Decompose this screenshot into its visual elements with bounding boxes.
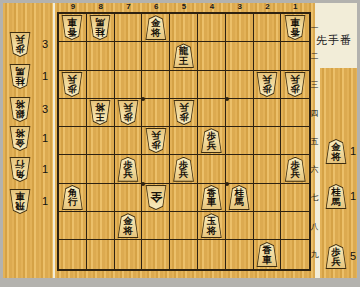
file-label-6: 6 bbox=[142, 2, 170, 11]
piece-kanji: 桂馬 bbox=[331, 188, 341, 208]
square-8-4[interactable]: 王将 bbox=[87, 99, 115, 127]
square-1-8[interactable] bbox=[281, 212, 309, 240]
square-3-5[interactable] bbox=[226, 127, 254, 155]
sente-piece[interactable]: 桂馬 bbox=[228, 185, 250, 210]
piece-face: 桂馬 bbox=[90, 16, 110, 39]
piece-face: 歩兵 bbox=[174, 101, 194, 124]
square-7-4[interactable]: 歩兵 bbox=[115, 99, 143, 127]
piece-kanji: 金将 bbox=[15, 127, 25, 147]
square-6-5[interactable]: 歩兵 bbox=[142, 127, 170, 155]
rank-label-9: 九 bbox=[310, 240, 319, 268]
piece-kanji: 歩兵 bbox=[123, 101, 133, 121]
square-2-4[interactable] bbox=[254, 99, 282, 127]
square-6-4[interactable] bbox=[142, 99, 170, 127]
piece-kanji: 飛車 bbox=[15, 190, 25, 210]
piece-face: 金将 bbox=[326, 140, 346, 163]
gote-piece[interactable]: 王将 bbox=[89, 100, 111, 125]
piece-face: 歩兵 bbox=[201, 129, 221, 152]
piece-kanji: 桂馬 bbox=[15, 65, 25, 85]
file-label-5: 5 bbox=[170, 2, 198, 11]
square-3-1[interactable] bbox=[226, 14, 254, 42]
rank-label-5: 五 bbox=[310, 127, 319, 155]
square-3-4[interactable] bbox=[226, 99, 254, 127]
piece-face: 王将 bbox=[90, 101, 110, 124]
square-7-8[interactable]: 金将 bbox=[115, 212, 143, 240]
square-2-2[interactable] bbox=[254, 42, 282, 70]
rank-label-1: 一 bbox=[310, 14, 319, 42]
gote-piece[interactable]: 歩兵 bbox=[117, 100, 139, 125]
square-8-3[interactable] bbox=[87, 71, 115, 99]
square-7-6[interactable]: 歩兵 bbox=[115, 155, 143, 183]
piece-face: 歩兵 bbox=[118, 158, 138, 181]
piece-kanji: 桂馬 bbox=[95, 16, 105, 36]
gote-piece[interactable]: 歩兵 bbox=[173, 100, 195, 125]
square-3-3[interactable] bbox=[226, 71, 254, 99]
piece-face: 歩兵 bbox=[62, 73, 82, 96]
piece-kanji: 金将 bbox=[331, 143, 341, 163]
square-6-8[interactable] bbox=[142, 212, 170, 240]
rank-label-8: 八 bbox=[310, 212, 319, 240]
piece-kanji: 角行 bbox=[68, 189, 78, 209]
piece-face: 龍王 bbox=[174, 44, 194, 67]
square-3-7[interactable]: 桂馬 bbox=[226, 184, 254, 212]
piece-kanji: 歩兵 bbox=[262, 73, 272, 93]
piece-kanji: 桂馬 bbox=[234, 189, 244, 209]
square-6-6[interactable] bbox=[142, 155, 170, 183]
rank-label-6: 六 bbox=[310, 156, 319, 184]
square-6-7[interactable]: 全 bbox=[142, 184, 170, 212]
square-1-6[interactable]: 歩兵 bbox=[281, 155, 309, 183]
gote-piece[interactable]: 歩兵 bbox=[61, 72, 83, 97]
square-7-5[interactable] bbox=[115, 127, 143, 155]
file-label-8: 8 bbox=[87, 2, 115, 11]
square-1-2[interactable] bbox=[281, 42, 309, 70]
piece-face: 桂馬 bbox=[326, 185, 346, 208]
star-point bbox=[141, 182, 145, 186]
square-4-3[interactable] bbox=[198, 71, 226, 99]
piece-kanji: 龍王 bbox=[179, 47, 189, 67]
piece-kanji: 歩兵 bbox=[179, 101, 189, 121]
gote-piece[interactable]: 桂馬 bbox=[89, 15, 111, 40]
square-6-9[interactable] bbox=[142, 240, 170, 268]
sente-piece[interactable]: 歩兵 bbox=[117, 157, 139, 182]
sente-piece[interactable]: 金将 bbox=[117, 213, 139, 238]
piece-face: 香車 bbox=[62, 16, 82, 39]
piece-face: 角行 bbox=[62, 186, 82, 209]
star-point bbox=[225, 97, 229, 101]
piece-face: 玉将 bbox=[201, 214, 221, 237]
sente-piece[interactable]: 金将 bbox=[145, 15, 167, 40]
piece-face: 香車 bbox=[285, 16, 305, 39]
rank-label-4: 四 bbox=[310, 99, 319, 127]
rank-label-7: 七 bbox=[310, 184, 319, 212]
sente-piece[interactable]: 角行 bbox=[61, 185, 83, 210]
square-3-6[interactable] bbox=[226, 155, 254, 183]
promoted-sente-piece[interactable]: 龍王 bbox=[173, 43, 195, 68]
square-8-5[interactable] bbox=[87, 127, 115, 155]
square-9-2[interactable] bbox=[59, 42, 87, 70]
piece-face: 香車 bbox=[201, 186, 221, 209]
sente-hand-count: 1 bbox=[350, 190, 356, 202]
square-5-2[interactable]: 龍王 bbox=[170, 42, 198, 70]
square-6-3[interactable] bbox=[142, 71, 170, 99]
square-8-7[interactable] bbox=[87, 184, 115, 212]
piece-face: 歩兵 bbox=[285, 73, 305, 96]
gote-hand-count: 1 bbox=[42, 163, 48, 175]
gote-hand-count: 3 bbox=[42, 38, 48, 50]
square-9-9[interactable] bbox=[59, 240, 87, 268]
square-2-3[interactable]: 歩兵 bbox=[254, 71, 282, 99]
sente-piece[interactable]: 歩兵 bbox=[284, 157, 306, 182]
piece-kanji: 歩兵 bbox=[68, 73, 78, 93]
file-label-9: 9 bbox=[59, 2, 87, 11]
square-2-6[interactable] bbox=[254, 155, 282, 183]
shogi-diagram: 先手番 香車桂馬金将香車龍王歩兵歩兵歩兵王将歩兵歩兵歩兵歩兵歩兵歩兵歩兵角行全香… bbox=[0, 0, 360, 287]
piece-kanji: 金将 bbox=[151, 19, 161, 39]
square-1-5[interactable] bbox=[281, 127, 309, 155]
square-9-6[interactable] bbox=[59, 155, 87, 183]
piece-face: 歩兵 bbox=[174, 158, 194, 181]
gote-piece[interactable]: 歩兵 bbox=[284, 72, 306, 97]
piece-kanji: 銀将 bbox=[15, 98, 25, 118]
square-3-8[interactable] bbox=[226, 212, 254, 240]
piece-kanji: 王将 bbox=[95, 101, 105, 121]
sente-hand-count: 5 bbox=[350, 250, 356, 262]
square-7-7[interactable] bbox=[115, 184, 143, 212]
piece-kanji: 角行 bbox=[15, 158, 25, 178]
square-1-7[interactable] bbox=[281, 184, 309, 212]
piece-face: 歩兵 bbox=[257, 73, 277, 96]
rank-label-3: 三 bbox=[310, 71, 319, 99]
square-9-7[interactable]: 角行 bbox=[59, 184, 87, 212]
square-1-9[interactable] bbox=[281, 240, 309, 268]
piece-face: 桂馬 bbox=[10, 65, 30, 88]
square-2-8[interactable] bbox=[254, 212, 282, 240]
rank-label-2: 二 bbox=[310, 42, 319, 70]
square-5-7[interactable] bbox=[170, 184, 198, 212]
square-8-9[interactable] bbox=[87, 240, 115, 268]
square-4-8[interactable]: 玉将 bbox=[198, 212, 226, 240]
file-label-3: 3 bbox=[226, 2, 254, 11]
square-4-6[interactable] bbox=[198, 155, 226, 183]
gote-hand-count: 1 bbox=[42, 70, 48, 82]
square-4-7[interactable]: 香車 bbox=[198, 184, 226, 212]
sente-piece[interactable]: 香車 bbox=[200, 185, 222, 210]
square-9-3[interactable]: 歩兵 bbox=[59, 71, 87, 99]
square-9-4[interactable] bbox=[59, 99, 87, 127]
square-7-3[interactable] bbox=[115, 71, 143, 99]
piece-face: 香車 bbox=[257, 243, 277, 266]
piece-kanji: 香車 bbox=[68, 16, 78, 36]
gote-hand-count: 3 bbox=[42, 103, 48, 115]
square-7-2[interactable] bbox=[115, 42, 143, 70]
square-8-1[interactable]: 桂馬 bbox=[87, 14, 115, 42]
piece-face: 歩兵 bbox=[285, 158, 305, 181]
square-5-3[interactable] bbox=[170, 71, 198, 99]
piece-kanji: 香車 bbox=[207, 189, 217, 209]
square-7-9[interactable] bbox=[115, 240, 143, 268]
square-7-1[interactable] bbox=[115, 14, 143, 42]
sente-hand-count: 1 bbox=[350, 145, 356, 157]
piece-face: 角行 bbox=[10, 158, 30, 181]
square-9-8[interactable] bbox=[59, 212, 87, 240]
promoted-gote-piece[interactable]: 全 bbox=[145, 185, 167, 210]
piece-kanji: 歩兵 bbox=[15, 33, 25, 53]
square-2-5[interactable] bbox=[254, 127, 282, 155]
square-6-2[interactable] bbox=[142, 42, 170, 70]
sente-piece[interactable]: 玉将 bbox=[200, 213, 222, 238]
piece-face: 銀将 bbox=[10, 98, 30, 121]
piece-face: 金将 bbox=[10, 127, 30, 150]
piece-kanji: 歩兵 bbox=[207, 132, 217, 152]
board-grid: 香車桂馬金将香車龍王歩兵歩兵歩兵王将歩兵歩兵歩兵歩兵歩兵歩兵歩兵角行全香車桂馬金… bbox=[57, 12, 311, 271]
sente-piece[interactable]: 歩兵 bbox=[200, 128, 222, 153]
gote-hand-count: 1 bbox=[42, 195, 48, 207]
piece-kanji: 歩兵 bbox=[179, 161, 189, 181]
file-label-2: 2 bbox=[254, 2, 282, 11]
piece-face: 桂馬 bbox=[229, 186, 249, 209]
square-5-6[interactable]: 歩兵 bbox=[170, 155, 198, 183]
sente-piece[interactable]: 香車 bbox=[256, 242, 278, 267]
square-4-5[interactable]: 歩兵 bbox=[198, 127, 226, 155]
piece-kanji: 全 bbox=[150, 186, 162, 206]
piece-face: 歩兵 bbox=[10, 33, 30, 56]
piece-kanji: 歩兵 bbox=[291, 73, 301, 93]
square-2-1[interactable] bbox=[254, 14, 282, 42]
piece-face: 金将 bbox=[118, 214, 138, 237]
square-4-9[interactable] bbox=[198, 240, 226, 268]
square-3-9[interactable] bbox=[226, 240, 254, 268]
square-4-1[interactable] bbox=[198, 14, 226, 42]
star-point bbox=[141, 97, 145, 101]
square-5-5[interactable] bbox=[170, 127, 198, 155]
square-2-7[interactable] bbox=[254, 184, 282, 212]
piece-face: 歩兵 bbox=[146, 129, 166, 152]
square-5-4[interactable]: 歩兵 bbox=[170, 99, 198, 127]
piece-face: 飛車 bbox=[10, 190, 30, 213]
piece-kanji: 金将 bbox=[123, 217, 133, 237]
gote-piece[interactable]: 香車 bbox=[284, 15, 306, 40]
piece-kanji: 歩兵 bbox=[291, 161, 301, 181]
gote-piece[interactable]: 歩兵 bbox=[145, 128, 167, 153]
file-label-1: 1 bbox=[281, 2, 309, 11]
square-8-2[interactable] bbox=[87, 42, 115, 70]
square-9-5[interactable] bbox=[59, 127, 87, 155]
piece-kanji: 歩兵 bbox=[151, 129, 161, 149]
star-point bbox=[225, 182, 229, 186]
square-1-3[interactable]: 歩兵 bbox=[281, 71, 309, 99]
square-9-1[interactable]: 香車 bbox=[59, 14, 87, 42]
piece-face: 全 bbox=[146, 186, 166, 209]
square-1-4[interactable] bbox=[281, 99, 309, 127]
square-4-4[interactable] bbox=[198, 99, 226, 127]
piece-kanji: 玉将 bbox=[207, 217, 217, 237]
piece-kanji: 香車 bbox=[291, 16, 301, 36]
piece-face: 金将 bbox=[146, 16, 166, 39]
piece-kanji: 歩兵 bbox=[331, 248, 341, 268]
piece-kanji: 歩兵 bbox=[123, 161, 133, 181]
square-5-1[interactable] bbox=[170, 14, 198, 42]
square-6-1[interactable]: 金将 bbox=[142, 14, 170, 42]
file-label-7: 7 bbox=[115, 2, 143, 11]
piece-face: 歩兵 bbox=[118, 101, 138, 124]
square-5-8[interactable] bbox=[170, 212, 198, 240]
square-2-9[interactable]: 香車 bbox=[254, 240, 282, 268]
square-8-6[interactable] bbox=[87, 155, 115, 183]
gote-piece[interactable]: 香車 bbox=[61, 15, 83, 40]
piece-kanji: 香車 bbox=[262, 246, 272, 266]
gote-piece[interactable]: 歩兵 bbox=[256, 72, 278, 97]
gote-hand-count: 1 bbox=[42, 132, 48, 144]
sente-piece[interactable]: 歩兵 bbox=[173, 157, 195, 182]
turn-indicator: 先手番 bbox=[316, 33, 352, 48]
square-1-1[interactable]: 香車 bbox=[281, 14, 309, 42]
square-4-2[interactable] bbox=[198, 42, 226, 70]
square-5-9[interactable] bbox=[170, 240, 198, 268]
square-8-8[interactable] bbox=[87, 212, 115, 240]
file-label-4: 4 bbox=[198, 2, 226, 11]
piece-face: 歩兵 bbox=[326, 245, 346, 268]
square-3-2[interactable] bbox=[226, 42, 254, 70]
